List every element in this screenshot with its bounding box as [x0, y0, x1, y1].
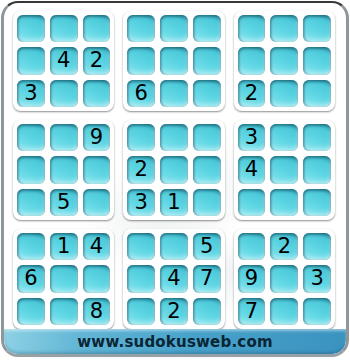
cell-r6c2[interactable]: 5 [50, 189, 78, 216]
cell-r3c7[interactable]: 2 [238, 80, 266, 107]
cell-r6c4[interactable]: 3 [127, 189, 155, 216]
cell-r6c7[interactable] [238, 189, 266, 216]
cell-r1c4[interactable] [127, 15, 155, 42]
cell-r4c7[interactable]: 3 [238, 124, 266, 151]
cell-r6c6[interactable] [193, 189, 221, 216]
cell-r9c4[interactable] [127, 298, 155, 325]
cell-r7c4[interactable] [127, 233, 155, 260]
cell-r2c1[interactable] [17, 47, 45, 74]
cell-r8c5[interactable]: 4 [160, 265, 188, 292]
cell-r5c9[interactable] [303, 156, 331, 183]
cell-r1c6[interactable] [193, 15, 221, 42]
cell-r7c6[interactable]: 5 [193, 233, 221, 260]
cell-r6c3[interactable] [83, 189, 111, 216]
sudoku-board: 423629523134146854722937 [13, 11, 335, 329]
cell-r9c1[interactable] [17, 298, 45, 325]
cell-r6c9[interactable] [303, 189, 331, 216]
cell-r7c2[interactable]: 1 [50, 233, 78, 260]
cell-r8c7[interactable]: 9 [238, 265, 266, 292]
cell-r5c1[interactable] [17, 156, 45, 183]
cell-r4c4[interactable] [127, 124, 155, 151]
cell-r1c9[interactable] [303, 15, 331, 42]
cell-r7c9[interactable] [303, 233, 331, 260]
footer-bar: www.sudokusweb.com [4, 329, 346, 354]
cell-r3c9[interactable] [303, 80, 331, 107]
cell-r8c1[interactable]: 6 [17, 265, 45, 292]
cell-r8c9[interactable]: 3 [303, 265, 331, 292]
cell-r8c4[interactable] [127, 265, 155, 292]
cell-r2c8[interactable] [270, 47, 298, 74]
cell-r5c6[interactable] [193, 156, 221, 183]
sudoku-card: 423629523134146854722937 www.sudokusweb.… [1, 1, 349, 357]
cell-r3c1[interactable]: 3 [17, 80, 45, 107]
cell-r4c9[interactable] [303, 124, 331, 151]
cell-r1c3[interactable] [83, 15, 111, 42]
cell-r4c2[interactable] [50, 124, 78, 151]
cell-r2c6[interactable] [193, 47, 221, 74]
box-5: 231 [123, 120, 224, 220]
cell-r6c8[interactable] [270, 189, 298, 216]
cell-r2c5[interactable] [160, 47, 188, 74]
cell-r9c8[interactable] [270, 298, 298, 325]
cell-r3c8[interactable] [270, 80, 298, 107]
cell-r1c7[interactable] [238, 15, 266, 42]
box-3: 2 [234, 11, 335, 111]
cell-r9c3[interactable]: 8 [83, 298, 111, 325]
cell-r2c4[interactable] [127, 47, 155, 74]
cell-r1c2[interactable] [50, 15, 78, 42]
cell-r7c5[interactable] [160, 233, 188, 260]
box-2: 6 [123, 11, 224, 111]
cell-r3c5[interactable] [160, 80, 188, 107]
cell-r5c5[interactable] [160, 156, 188, 183]
cell-r6c5[interactable]: 1 [160, 189, 188, 216]
cell-r7c3[interactable]: 4 [83, 233, 111, 260]
cell-r1c1[interactable] [17, 15, 45, 42]
cell-r9c9[interactable] [303, 298, 331, 325]
cell-r8c2[interactable] [50, 265, 78, 292]
cell-r5c2[interactable] [50, 156, 78, 183]
cell-r5c7[interactable]: 4 [238, 156, 266, 183]
cell-r7c8[interactable]: 2 [270, 233, 298, 260]
cell-r8c3[interactable] [83, 265, 111, 292]
cell-r1c8[interactable] [270, 15, 298, 42]
site-url: www.sudokusweb.com [77, 333, 272, 351]
box-4: 95 [13, 120, 114, 220]
cell-r2c7[interactable] [238, 47, 266, 74]
cell-r4c3[interactable]: 9 [83, 124, 111, 151]
cell-r2c9[interactable] [303, 47, 331, 74]
cell-r5c8[interactable] [270, 156, 298, 183]
cell-r4c5[interactable] [160, 124, 188, 151]
cell-r7c1[interactable] [17, 233, 45, 260]
cell-r3c4[interactable]: 6 [127, 80, 155, 107]
box-6: 34 [234, 120, 335, 220]
cell-r9c2[interactable] [50, 298, 78, 325]
cell-r4c8[interactable] [270, 124, 298, 151]
cell-r3c6[interactable] [193, 80, 221, 107]
cell-r4c6[interactable] [193, 124, 221, 151]
box-8: 5472 [123, 229, 224, 329]
cell-r9c6[interactable] [193, 298, 221, 325]
cell-r3c3[interactable] [83, 80, 111, 107]
cell-r6c1[interactable] [17, 189, 45, 216]
cell-r5c4[interactable]: 2 [127, 156, 155, 183]
cell-r8c8[interactable] [270, 265, 298, 292]
cell-r2c3[interactable]: 2 [83, 47, 111, 74]
cell-r9c5[interactable]: 2 [160, 298, 188, 325]
cell-r8c6[interactable]: 7 [193, 265, 221, 292]
cell-r4c1[interactable] [17, 124, 45, 151]
cell-r7c7[interactable] [238, 233, 266, 260]
cell-r3c2[interactable] [50, 80, 78, 107]
cell-r1c5[interactable] [160, 15, 188, 42]
box-7: 1468 [13, 229, 114, 329]
box-9: 2937 [234, 229, 335, 329]
box-1: 423 [13, 11, 114, 111]
cell-r2c2[interactable]: 4 [50, 47, 78, 74]
cell-r5c3[interactable] [83, 156, 111, 183]
cell-r9c7[interactable]: 7 [238, 298, 266, 325]
